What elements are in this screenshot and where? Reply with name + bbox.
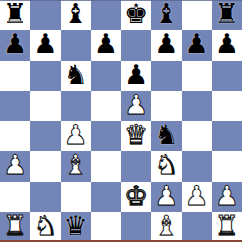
- square-d5[interactable]: [91, 91, 121, 121]
- square-h3[interactable]: [212, 151, 242, 181]
- square-d4[interactable]: [91, 121, 121, 151]
- chess-board-container: ♜♝♚♝♜♟♟♟♟♟♟♞♟♟♟♛♞♟♝♞♚♟♟♟♜♞♛♝♜: [0, 0, 242, 242]
- white-rook-icon: ♜: [3, 212, 27, 241]
- square-b8[interactable]: [30, 0, 60, 30]
- black-knight-icon: ♞: [154, 121, 178, 150]
- square-h7[interactable]: ♟: [212, 30, 242, 60]
- white-bishop-icon: ♝: [64, 151, 88, 180]
- black-king-icon: ♚: [124, 0, 148, 29]
- square-a1[interactable]: ♜: [0, 212, 30, 242]
- square-g7[interactable]: ♟: [182, 30, 212, 60]
- white-pawn-icon: ♟: [64, 121, 88, 150]
- square-g4[interactable]: [182, 121, 212, 151]
- square-e8[interactable]: ♚: [121, 0, 151, 30]
- square-e5[interactable]: ♟: [121, 91, 151, 121]
- white-pawn-icon: ♟: [124, 91, 148, 120]
- square-d6[interactable]: [91, 61, 121, 91]
- square-c6[interactable]: ♞: [61, 61, 91, 91]
- square-g6[interactable]: [182, 61, 212, 91]
- square-b5[interactable]: [30, 91, 60, 121]
- square-f6[interactable]: [151, 61, 181, 91]
- square-e1[interactable]: [121, 212, 151, 242]
- square-e6[interactable]: ♟: [121, 61, 151, 91]
- square-a5[interactable]: [0, 91, 30, 121]
- white-queen-icon: ♛: [124, 121, 148, 150]
- black-pawn-icon: ♟: [124, 61, 148, 90]
- square-d3[interactable]: [91, 151, 121, 181]
- square-g3[interactable]: [182, 151, 212, 181]
- black-queen-icon: ♛: [64, 212, 88, 241]
- square-h2[interactable]: ♟: [212, 182, 242, 212]
- square-h6[interactable]: [212, 61, 242, 91]
- square-b6[interactable]: [30, 61, 60, 91]
- white-pawn-icon: ♟: [154, 182, 178, 211]
- square-d1[interactable]: [91, 212, 121, 242]
- black-rook-icon: ♜: [215, 0, 239, 29]
- square-d8[interactable]: [91, 0, 121, 30]
- black-pawn-icon: ♟: [3, 30, 27, 59]
- white-bishop-icon: ♝: [154, 212, 178, 241]
- white-pawn-icon: ♟: [185, 182, 209, 211]
- square-f8[interactable]: ♝: [151, 0, 181, 30]
- white-knight-icon: ♞: [154, 151, 178, 180]
- square-c2[interactable]: [61, 182, 91, 212]
- square-f1[interactable]: ♝: [151, 212, 181, 242]
- square-a4[interactable]: [0, 121, 30, 151]
- square-b1[interactable]: ♞: [30, 212, 60, 242]
- square-h1[interactable]: ♜: [212, 212, 242, 242]
- square-a7[interactable]: ♟: [0, 30, 30, 60]
- square-c4[interactable]: ♟: [61, 121, 91, 151]
- square-e2[interactable]: ♚: [121, 182, 151, 212]
- square-f3[interactable]: ♞: [151, 151, 181, 181]
- square-h5[interactable]: [212, 91, 242, 121]
- square-g5[interactable]: [182, 91, 212, 121]
- black-pawn-icon: ♟: [185, 30, 209, 59]
- black-rook-icon: ♜: [3, 0, 27, 29]
- black-bishop-icon: ♝: [154, 0, 178, 29]
- square-a2[interactable]: [0, 182, 30, 212]
- square-b7[interactable]: ♟: [30, 30, 60, 60]
- square-d7[interactable]: ♟: [91, 30, 121, 60]
- square-c5[interactable]: [61, 91, 91, 121]
- black-pawn-icon: ♟: [33, 30, 57, 59]
- square-c7[interactable]: [61, 30, 91, 60]
- white-pawn-icon: ♟: [215, 182, 239, 211]
- square-e7[interactable]: [121, 30, 151, 60]
- black-pawn-icon: ♟: [154, 30, 178, 59]
- square-e3[interactable]: [121, 151, 151, 181]
- square-c8[interactable]: ♝: [61, 0, 91, 30]
- square-a6[interactable]: [0, 61, 30, 91]
- square-a3[interactable]: ♟: [0, 151, 30, 181]
- square-g8[interactable]: [182, 0, 212, 30]
- square-b2[interactable]: [30, 182, 60, 212]
- square-g1[interactable]: [182, 212, 212, 242]
- square-b3[interactable]: [30, 151, 60, 181]
- square-f2[interactable]: ♟: [151, 182, 181, 212]
- white-king-icon: ♚: [124, 182, 148, 211]
- square-h8[interactable]: ♜: [212, 0, 242, 30]
- square-c3[interactable]: ♝: [61, 151, 91, 181]
- square-g2[interactable]: ♟: [182, 182, 212, 212]
- black-pawn-icon: ♟: [215, 30, 239, 59]
- square-c1[interactable]: ♛: [61, 212, 91, 242]
- square-d2[interactable]: [91, 182, 121, 212]
- square-f5[interactable]: [151, 91, 181, 121]
- black-pawn-icon: ♟: [94, 30, 118, 59]
- square-b4[interactable]: [30, 121, 60, 151]
- white-knight-icon: ♞: [33, 212, 57, 241]
- square-f4[interactable]: ♞: [151, 121, 181, 151]
- square-h4[interactable]: [212, 121, 242, 151]
- square-a8[interactable]: ♜: [0, 0, 30, 30]
- square-f7[interactable]: ♟: [151, 30, 181, 60]
- white-pawn-icon: ♟: [3, 151, 27, 180]
- square-e4[interactable]: ♛: [121, 121, 151, 151]
- white-rook-icon: ♜: [215, 212, 239, 241]
- black-knight-icon: ♞: [64, 61, 88, 90]
- black-bishop-icon: ♝: [64, 0, 88, 29]
- chess-board: ♜♝♚♝♜♟♟♟♟♟♟♞♟♟♟♛♞♟♝♞♚♟♟♟♜♞♛♝♜: [0, 0, 242, 242]
